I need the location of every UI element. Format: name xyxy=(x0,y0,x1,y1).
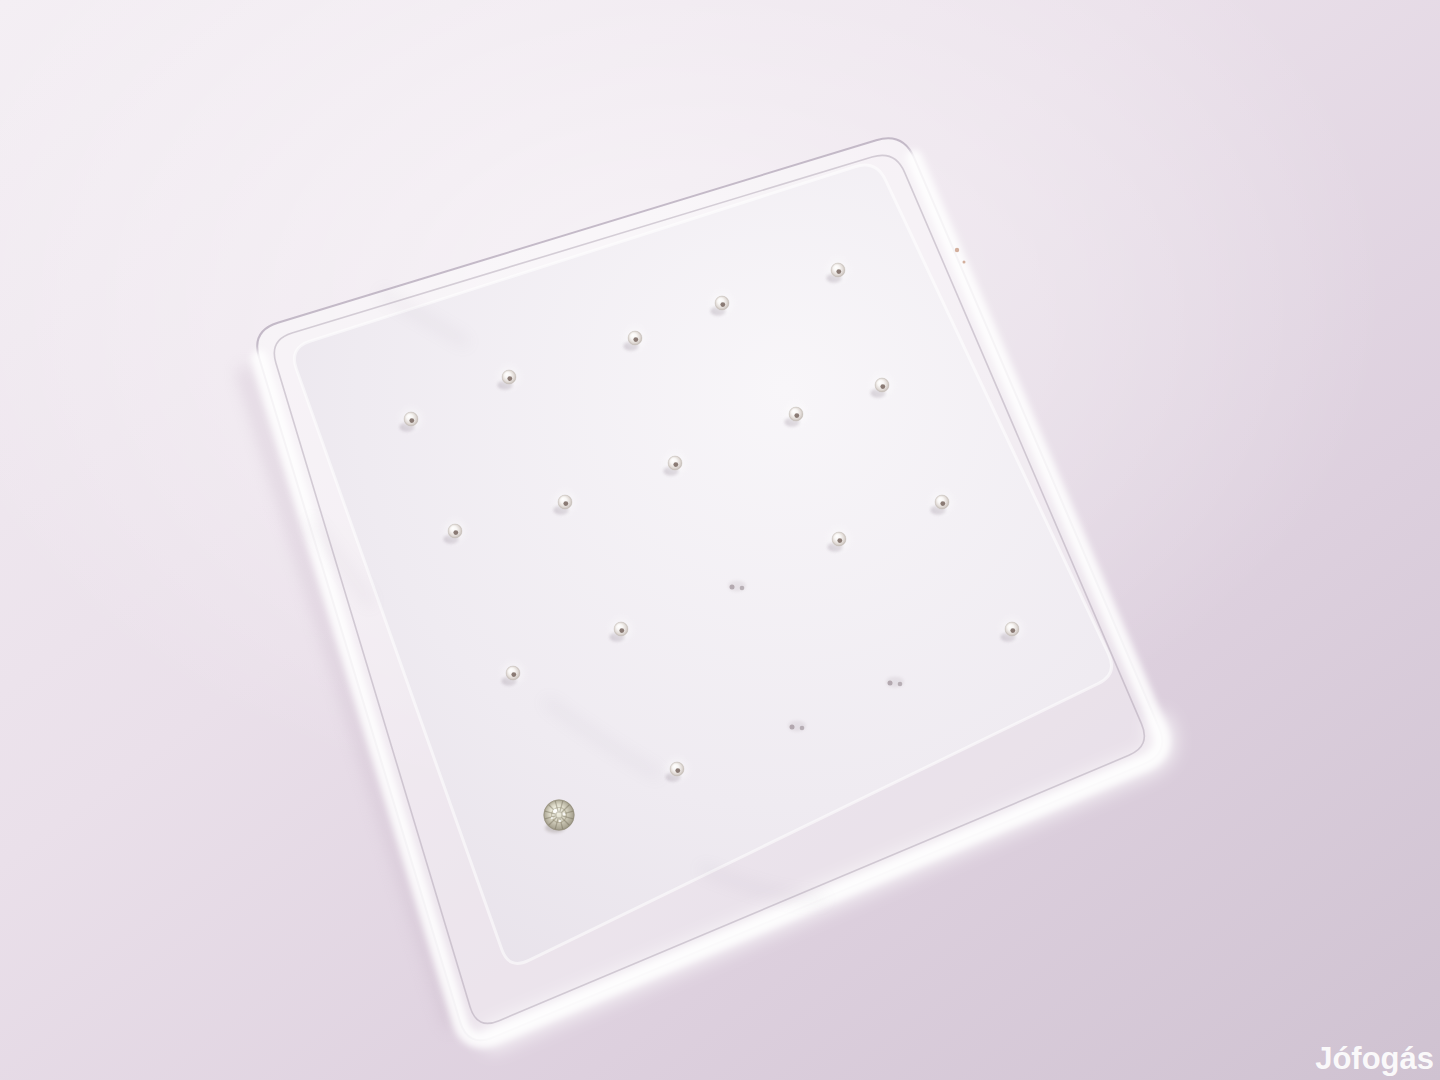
photo-canvas: Jófogás xyxy=(0,0,1440,1080)
stud-empty-r4c4 xyxy=(886,677,904,688)
background-speck xyxy=(955,248,959,252)
watermark-text: Jófogás xyxy=(1315,1041,1434,1076)
stud-empty-r3c3 xyxy=(728,581,746,592)
background-speck xyxy=(963,261,966,264)
stud-empty-r4c3 xyxy=(788,721,806,732)
photo-stage: Jófogás xyxy=(0,0,1440,1080)
